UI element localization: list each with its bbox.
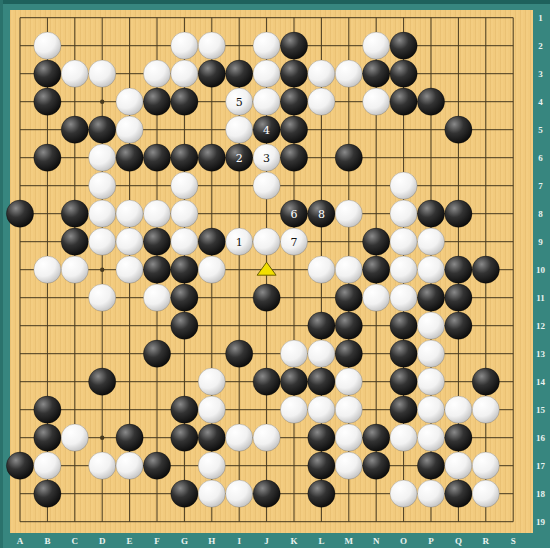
black-stone[interactable] [143,88,170,115]
black-stone[interactable] [417,452,444,479]
black-stone[interactable] [390,88,417,115]
white-stone[interactable] [308,396,335,423]
black-stone[interactable] [335,312,362,339]
column-label-K: K [290,536,297,545]
black-stone[interactable] [308,424,335,451]
white-stone[interactable] [171,228,198,255]
black-stone[interactable] [280,88,307,115]
black-stone[interactable] [171,88,198,115]
black-stone[interactable] [335,144,362,171]
move-number-label: 6 [291,208,298,221]
black-stone[interactable] [34,144,61,171]
white-stone[interactable] [116,88,143,115]
black-stone[interactable] [143,228,170,255]
white-stone[interactable] [253,32,280,59]
column-label-J: J [264,536,269,545]
white-stone[interactable] [198,256,225,283]
black-stone[interactable] [417,284,444,311]
black-stone[interactable] [89,368,116,395]
white-stone[interactable] [61,60,88,87]
row-label-16: 16 [536,433,545,442]
move-number-label: 3 [263,152,270,165]
black-stone[interactable] [363,228,390,255]
white-stone[interactable] [335,200,362,227]
column-label-P: P [428,536,434,545]
white-stone[interactable] [143,200,170,227]
white-stone[interactable] [89,144,116,171]
column-label-C: C [72,536,79,545]
white-stone[interactable] [226,116,253,143]
column-label-L: L [318,536,324,545]
white-stone[interactable] [116,452,143,479]
black-stone[interactable] [6,452,33,479]
white-stone[interactable] [198,396,225,423]
white-stone[interactable] [335,452,362,479]
black-stone[interactable] [34,396,61,423]
black-stone[interactable] [143,340,170,367]
column-label-R: R [483,536,490,545]
white-stone[interactable] [61,424,88,451]
black-stone[interactable] [390,396,417,423]
white-stone[interactable] [335,396,362,423]
white-stone[interactable] [390,480,417,507]
black-stone[interactable] [363,256,390,283]
black-stone[interactable] [198,144,225,171]
white-stone[interactable] [335,60,362,87]
white-stone[interactable] [198,368,225,395]
row-label-2: 2 [538,41,543,50]
white-stone[interactable] [417,480,444,507]
white-stone[interactable] [226,424,253,451]
black-stone[interactable] [171,312,198,339]
white-stone[interactable] [390,228,417,255]
column-label-S: S [511,536,516,545]
white-stone[interactable] [308,88,335,115]
black-stone[interactable] [445,116,472,143]
black-stone[interactable] [171,284,198,311]
black-stone[interactable] [171,256,198,283]
black-stone[interactable] [445,424,472,451]
column-label-E: E [127,536,133,545]
white-stone[interactable] [253,88,280,115]
black-stone[interactable] [171,480,198,507]
black-stone[interactable] [280,32,307,59]
white-stone[interactable] [417,256,444,283]
white-stone[interactable] [308,60,335,87]
black-stone[interactable] [171,424,198,451]
black-stone[interactable] [61,200,88,227]
white-stone[interactable] [363,32,390,59]
white-stone[interactable] [363,88,390,115]
row-label-8: 8 [538,209,543,218]
black-stone[interactable] [280,60,307,87]
white-stone[interactable] [34,256,61,283]
black-stone[interactable] [363,452,390,479]
black-stone[interactable] [335,284,362,311]
white-stone[interactable] [417,228,444,255]
black-stone[interactable] [116,144,143,171]
black-stone[interactable] [253,284,280,311]
black-stone[interactable] [445,480,472,507]
row-label-7: 7 [538,181,543,190]
white-stone[interactable] [253,172,280,199]
white-stone[interactable] [390,256,417,283]
black-stone[interactable] [143,144,170,171]
row-label-6: 6 [538,153,543,162]
black-stone[interactable] [472,256,499,283]
white-stone[interactable] [308,256,335,283]
row-label-15: 15 [536,405,545,414]
white-stone[interactable] [116,256,143,283]
row-label-18: 18 [536,489,545,498]
black-stone[interactable] [61,116,88,143]
black-stone[interactable] [171,396,198,423]
row-label-17: 17 [536,461,545,470]
black-stone[interactable] [445,284,472,311]
black-stone[interactable] [363,60,390,87]
row-label-19: 19 [536,517,545,526]
black-stone[interactable] [335,340,362,367]
white-stone[interactable] [198,480,225,507]
white-stone[interactable] [390,284,417,311]
black-stone[interactable] [472,368,499,395]
black-stone[interactable] [226,60,253,87]
row-label-1: 1 [538,13,543,22]
white-stone[interactable] [445,452,472,479]
column-label-H: H [208,536,215,545]
column-label-O: O [400,536,407,545]
go-app-window: 12345678 ABCDEFGHIJKLMNOPQRS 12345678910… [0,0,550,548]
black-stone[interactable] [34,60,61,87]
black-stone[interactable] [280,144,307,171]
move-number-label: 2 [236,152,243,165]
white-stone[interactable] [417,424,444,451]
black-stone[interactable] [143,256,170,283]
white-stone[interactable] [280,396,307,423]
white-stone[interactable] [253,60,280,87]
white-stone[interactable] [34,32,61,59]
white-stone[interactable] [89,172,116,199]
white-stone[interactable] [226,480,253,507]
white-stone[interactable] [171,172,198,199]
black-stone[interactable] [89,116,116,143]
black-stone[interactable] [34,88,61,115]
white-stone[interactable] [171,60,198,87]
column-label-F: F [154,536,160,545]
black-stone[interactable] [308,480,335,507]
black-stone[interactable] [226,340,253,367]
black-stone[interactable] [253,480,280,507]
white-stone[interactable] [445,396,472,423]
white-stone[interactable] [143,60,170,87]
board-grid-and-stones: 12345678 [0,0,550,548]
white-stone[interactable] [417,368,444,395]
black-stone[interactable] [253,368,280,395]
column-label-A: A [17,536,24,545]
white-stone[interactable] [390,200,417,227]
white-stone[interactable] [116,228,143,255]
white-stone[interactable] [335,256,362,283]
column-label-N: N [373,536,380,545]
column-label-Q: Q [455,536,462,545]
black-stone[interactable] [390,312,417,339]
black-stone[interactable] [143,452,170,479]
star-point [100,436,104,440]
row-label-4: 4 [538,97,543,106]
black-stone[interactable] [171,144,198,171]
white-stone[interactable] [34,452,61,479]
black-stone[interactable] [390,60,417,87]
white-stone[interactable] [253,228,280,255]
white-stone[interactable] [253,424,280,451]
black-stone[interactable] [363,424,390,451]
move-number-label: 7 [291,236,298,249]
black-stone[interactable] [116,424,143,451]
white-stone[interactable] [417,340,444,367]
black-stone[interactable] [390,32,417,59]
white-stone[interactable] [390,424,417,451]
white-stone[interactable] [335,368,362,395]
row-label-9: 9 [538,237,543,246]
white-stone[interactable] [390,172,417,199]
white-stone[interactable] [171,32,198,59]
move-number-label: 5 [236,96,243,109]
white-stone[interactable] [143,284,170,311]
star-point [100,268,104,272]
white-stone[interactable] [116,116,143,143]
black-stone[interactable] [417,200,444,227]
black-stone[interactable] [390,340,417,367]
black-stone[interactable] [198,60,225,87]
white-stone[interactable] [89,60,116,87]
white-stone[interactable] [472,452,499,479]
white-stone[interactable] [472,396,499,423]
white-stone[interactable] [417,396,444,423]
row-label-3: 3 [538,69,543,78]
white-stone[interactable] [171,200,198,227]
white-stone[interactable] [89,284,116,311]
column-label-M: M [345,536,354,545]
white-stone[interactable] [335,424,362,451]
black-stone[interactable] [34,424,61,451]
white-stone[interactable] [308,340,335,367]
white-stone[interactable] [472,480,499,507]
white-stone[interactable] [363,284,390,311]
black-stone[interactable] [445,256,472,283]
white-stone[interactable] [89,228,116,255]
black-stone[interactable] [445,312,472,339]
black-stone[interactable] [34,480,61,507]
black-stone[interactable] [417,88,444,115]
white-stone[interactable] [280,340,307,367]
white-stone[interactable] [89,200,116,227]
star-point [100,100,104,104]
row-label-10: 10 [536,265,545,274]
white-stone[interactable] [116,200,143,227]
row-label-12: 12 [536,321,545,330]
black-stone[interactable] [445,200,472,227]
black-stone[interactable] [198,424,225,451]
black-stone[interactable] [308,368,335,395]
black-stone[interactable] [308,312,335,339]
black-stone[interactable] [308,452,335,479]
black-stone[interactable] [280,368,307,395]
white-stone[interactable] [417,312,444,339]
row-label-13: 13 [536,349,545,358]
move-number-label: 8 [318,208,325,221]
black-stone[interactable] [280,116,307,143]
black-stone[interactable] [390,368,417,395]
move-number-label: 1 [236,236,243,249]
row-label-11: 11 [536,293,545,302]
move-number-label: 4 [263,124,270,137]
triangle-marker [257,262,276,275]
white-stone[interactable] [198,32,225,59]
black-stone[interactable] [6,200,33,227]
black-stone[interactable] [61,228,88,255]
white-stone[interactable] [198,452,225,479]
column-label-I: I [237,536,241,545]
column-label-B: B [44,536,50,545]
black-stone[interactable] [198,228,225,255]
row-label-14: 14 [536,377,545,386]
white-stone[interactable] [89,452,116,479]
white-stone[interactable] [61,256,88,283]
column-label-G: G [181,536,188,545]
column-label-D: D [99,536,106,545]
row-label-5: 5 [538,125,543,134]
